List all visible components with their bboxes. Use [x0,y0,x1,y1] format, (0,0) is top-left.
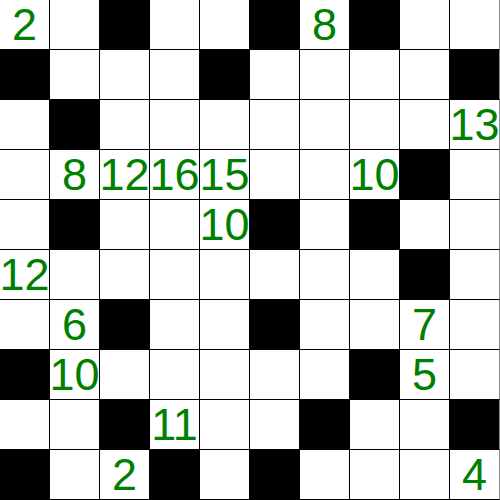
black-cell-r4c5[interactable] [250,200,300,250]
empty-cell-r0c4[interactable] [200,0,250,50]
empty-cell-r5c7[interactable] [350,250,400,300]
clue-cell-r9c2: 2 [100,450,150,500]
empty-cell-r1c3[interactable] [150,50,200,100]
empty-cell-r3c5[interactable] [250,150,300,200]
empty-cell-r7c4[interactable] [200,350,250,400]
clue-cell-r0c0: 2 [0,0,50,50]
empty-cell-r7c6[interactable] [300,350,350,400]
empty-cell-r1c6[interactable] [300,50,350,100]
empty-cell-r6c0[interactable] [0,300,50,350]
empty-cell-r8c1[interactable] [50,400,100,450]
black-cell-r0c2[interactable] [100,0,150,50]
empty-cell-r3c9[interactable] [450,150,500,200]
clue-cell-r8c3: 11 [150,400,200,450]
puzzle-board: 28138121615101012671051124 [0,0,500,500]
empty-cell-r4c8[interactable] [400,200,450,250]
black-cell-r1c4[interactable] [200,50,250,100]
empty-cell-r1c5[interactable] [250,50,300,100]
black-cell-r8c2[interactable] [100,400,150,450]
empty-cell-r7c9[interactable] [450,350,500,400]
black-cell-r4c1[interactable] [50,200,100,250]
black-cell-r8c6[interactable] [300,400,350,450]
empty-cell-r8c0[interactable] [0,400,50,450]
black-cell-r9c5[interactable] [250,450,300,500]
empty-cell-r1c7[interactable] [350,50,400,100]
black-cell-r1c9[interactable] [450,50,500,100]
empty-cell-r3c0[interactable] [0,150,50,200]
empty-cell-r2c3[interactable] [150,100,200,150]
empty-cell-r5c6[interactable] [300,250,350,300]
black-cell-r6c5[interactable] [250,300,300,350]
empty-cell-r4c0[interactable] [0,200,50,250]
clue-cell-r3c2: 12 [100,150,150,200]
black-cell-r7c7[interactable] [350,350,400,400]
empty-cell-r2c8[interactable] [400,100,450,150]
black-cell-r9c3[interactable] [150,450,200,500]
empty-cell-r4c2[interactable] [100,200,150,250]
empty-cell-r9c8[interactable] [400,450,450,500]
empty-cell-r1c8[interactable] [400,50,450,100]
empty-cell-r5c3[interactable] [150,250,200,300]
empty-cell-r2c2[interactable] [100,100,150,150]
black-cell-r2c1[interactable] [50,100,100,150]
clue-cell-r7c8: 5 [400,350,450,400]
clue-cell-r7c1: 10 [50,350,100,400]
clue-cell-r5c0: 12 [0,250,50,300]
empty-cell-r8c4[interactable] [200,400,250,450]
clue-cell-r6c1: 6 [50,300,100,350]
empty-cell-r5c9[interactable] [450,250,500,300]
clue-cell-r6c8: 7 [400,300,450,350]
empty-cell-r5c1[interactable] [50,250,100,300]
empty-cell-r0c9[interactable] [450,0,500,50]
clue-cell-r9c9: 4 [450,450,500,500]
empty-cell-r9c4[interactable] [200,450,250,500]
empty-cell-r9c1[interactable] [50,450,100,500]
empty-cell-r5c4[interactable] [200,250,250,300]
black-cell-r3c8[interactable] [400,150,450,200]
black-cell-r8c9[interactable] [450,400,500,450]
black-cell-r4c7[interactable] [350,200,400,250]
empty-cell-r7c5[interactable] [250,350,300,400]
empty-cell-r4c9[interactable] [450,200,500,250]
empty-cell-r9c7[interactable] [350,450,400,500]
clue-cell-r3c4: 15 [200,150,250,200]
clue-cell-r3c7: 10 [350,150,400,200]
clue-cell-r3c1: 8 [50,150,100,200]
empty-cell-r6c3[interactable] [150,300,200,350]
empty-cell-r8c7[interactable] [350,400,400,450]
empty-cell-r4c6[interactable] [300,200,350,250]
empty-cell-r2c5[interactable] [250,100,300,150]
empty-cell-r6c4[interactable] [200,300,250,350]
clue-cell-r4c4: 10 [200,200,250,250]
clue-cell-r3c3: 16 [150,150,200,200]
black-cell-r6c2[interactable] [100,300,150,350]
black-cell-r9c0[interactable] [0,450,50,500]
black-cell-r5c8[interactable] [400,250,450,300]
empty-cell-r9c6[interactable] [300,450,350,500]
black-cell-r0c5[interactable] [250,0,300,50]
empty-cell-r6c7[interactable] [350,300,400,350]
empty-cell-r6c6[interactable] [300,300,350,350]
empty-cell-r3c6[interactable] [300,150,350,200]
empty-cell-r8c8[interactable] [400,400,450,450]
black-cell-r1c0[interactable] [0,50,50,100]
empty-cell-r1c2[interactable] [100,50,150,100]
empty-cell-r0c1[interactable] [50,0,100,50]
empty-cell-r7c3[interactable] [150,350,200,400]
empty-cell-r2c7[interactable] [350,100,400,150]
empty-cell-r0c8[interactable] [400,0,450,50]
empty-cell-r8c5[interactable] [250,400,300,450]
clue-cell-r0c6: 8 [300,0,350,50]
empty-cell-r5c2[interactable] [100,250,150,300]
empty-cell-r4c3[interactable] [150,200,200,250]
empty-cell-r2c4[interactable] [200,100,250,150]
clue-cell-r2c9: 13 [450,100,500,150]
empty-cell-r2c6[interactable] [300,100,350,150]
empty-cell-r1c1[interactable] [50,50,100,100]
empty-cell-r6c9[interactable] [450,300,500,350]
empty-cell-r2c0[interactable] [0,100,50,150]
empty-cell-r7c2[interactable] [100,350,150,400]
empty-cell-r5c5[interactable] [250,250,300,300]
black-cell-r0c7[interactable] [350,0,400,50]
empty-cell-r0c3[interactable] [150,0,200,50]
black-cell-r7c0[interactable] [0,350,50,400]
